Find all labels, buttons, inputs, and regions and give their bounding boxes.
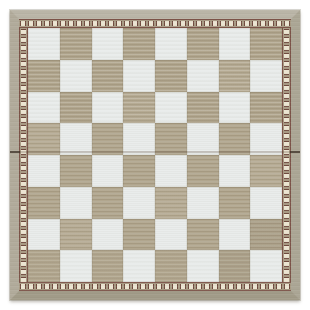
square-h3[interactable] [250, 187, 282, 219]
square-d2[interactable] [123, 219, 155, 251]
square-b2[interactable] [60, 219, 92, 251]
mosaic-tiles-right [284, 28, 289, 282]
square-e7[interactable] [155, 60, 187, 92]
square-h1[interactable] [250, 250, 282, 282]
square-d1[interactable] [123, 250, 155, 282]
square-h2[interactable] [250, 219, 282, 251]
square-h6[interactable] [250, 92, 282, 124]
square-a8[interactable] [28, 28, 60, 60]
square-e3[interactable] [155, 187, 187, 219]
square-d7[interactable] [123, 60, 155, 92]
square-e8[interactable] [155, 28, 187, 60]
square-f8[interactable] [187, 28, 219, 60]
mosaic-tiles-bottom [19, 284, 291, 289]
square-f6[interactable] [187, 92, 219, 124]
square-h8[interactable] [250, 28, 282, 60]
square-b8[interactable] [60, 28, 92, 60]
square-a2[interactable] [28, 219, 60, 251]
square-e1[interactable] [155, 250, 187, 282]
mosaic-tiles-top [19, 21, 291, 26]
mosaic-border-top [19, 19, 291, 28]
square-g4[interactable] [219, 155, 251, 187]
chessboard [10, 10, 300, 300]
square-e4[interactable] [155, 155, 187, 187]
square-c1[interactable] [92, 250, 124, 282]
square-a1[interactable] [28, 250, 60, 282]
square-f1[interactable] [187, 250, 219, 282]
square-g2[interactable] [219, 219, 251, 251]
square-b6[interactable] [60, 92, 92, 124]
square-h4[interactable] [250, 155, 282, 187]
square-b4[interactable] [60, 155, 92, 187]
square-c2[interactable] [92, 219, 124, 251]
square-a6[interactable] [28, 92, 60, 124]
square-f4[interactable] [187, 155, 219, 187]
square-c6[interactable] [92, 92, 124, 124]
square-f5[interactable] [187, 123, 219, 155]
square-g3[interactable] [219, 187, 251, 219]
mosaic-border-left [19, 28, 28, 282]
square-h5[interactable] [250, 123, 282, 155]
square-a3[interactable] [28, 187, 60, 219]
mosaic-border-bottom [19, 282, 291, 291]
square-e6[interactable] [155, 92, 187, 124]
square-h7[interactable] [250, 60, 282, 92]
square-b3[interactable] [60, 187, 92, 219]
square-g5[interactable] [219, 123, 251, 155]
square-g7[interactable] [219, 60, 251, 92]
square-f3[interactable] [187, 187, 219, 219]
square-f7[interactable] [187, 60, 219, 92]
playing-field [28, 28, 282, 282]
square-f2[interactable] [187, 219, 219, 251]
square-g6[interactable] [219, 92, 251, 124]
mosaic-border-right [282, 28, 291, 282]
square-d4[interactable] [123, 155, 155, 187]
square-g1[interactable] [219, 250, 251, 282]
square-b7[interactable] [60, 60, 92, 92]
square-a7[interactable] [28, 60, 60, 92]
square-b5[interactable] [60, 123, 92, 155]
square-d6[interactable] [123, 92, 155, 124]
square-a5[interactable] [28, 123, 60, 155]
product-photo-background [0, 0, 310, 310]
square-c4[interactable] [92, 155, 124, 187]
mosaic-tiles-left [21, 28, 26, 282]
square-e2[interactable] [155, 219, 187, 251]
square-c3[interactable] [92, 187, 124, 219]
square-b1[interactable] [60, 250, 92, 282]
square-a4[interactable] [28, 155, 60, 187]
square-d8[interactable] [123, 28, 155, 60]
square-e5[interactable] [155, 123, 187, 155]
square-c5[interactable] [92, 123, 124, 155]
square-c8[interactable] [92, 28, 124, 60]
square-c7[interactable] [92, 60, 124, 92]
square-g8[interactable] [219, 28, 251, 60]
square-d5[interactable] [123, 123, 155, 155]
square-d3[interactable] [123, 187, 155, 219]
